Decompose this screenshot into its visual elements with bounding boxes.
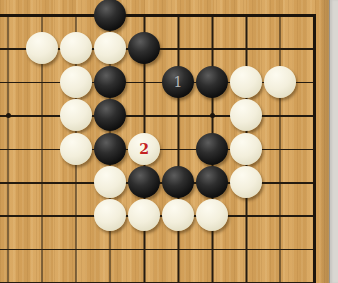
white-stone-S17 [264, 66, 296, 98]
star-point-K16 [6, 113, 11, 118]
white-stone-M15 [60, 133, 92, 165]
white-stone-L18 [26, 32, 58, 64]
black-stone-O18 [128, 32, 160, 64]
black-stone-N16 [94, 99, 126, 131]
black-stone-Q14 [196, 166, 228, 198]
black-stone-N17 [94, 66, 126, 98]
white-stone-O13 [128, 199, 160, 231]
black-stone-P17: 1 [162, 66, 194, 98]
black-stone-Q17 [196, 66, 228, 98]
black-stone-P14 [162, 166, 194, 198]
white-stone-M16 [60, 99, 92, 131]
white-stone-R16 [230, 99, 262, 131]
star-point-Q16 [210, 113, 215, 118]
white-stone-R15 [230, 133, 262, 165]
black-stone-O14 [128, 166, 160, 198]
white-stone-Q13 [196, 199, 228, 231]
go-board-diagram: 12 [0, 0, 338, 283]
go-board[interactable]: 12 [0, 0, 329, 283]
white-stone-R17 [230, 66, 262, 98]
white-stone-P13 [162, 199, 194, 231]
white-stone-O15: 2 [128, 133, 160, 165]
black-stone-N15 [94, 133, 126, 165]
white-stone-M18 [60, 32, 92, 64]
white-stone-N14 [94, 166, 126, 198]
white-stone-M17 [60, 66, 92, 98]
white-stone-N18 [94, 32, 126, 64]
white-stone-N13 [94, 199, 126, 231]
page-margin [329, 0, 338, 283]
move-number-label-2: 2 [128, 133, 160, 165]
stones-layer: 12 [0, 0, 331, 283]
black-stone-N19 [94, 0, 126, 31]
move-number-label-1: 1 [162, 66, 194, 98]
white-stone-R14 [230, 166, 262, 198]
black-stone-Q15 [196, 133, 228, 165]
